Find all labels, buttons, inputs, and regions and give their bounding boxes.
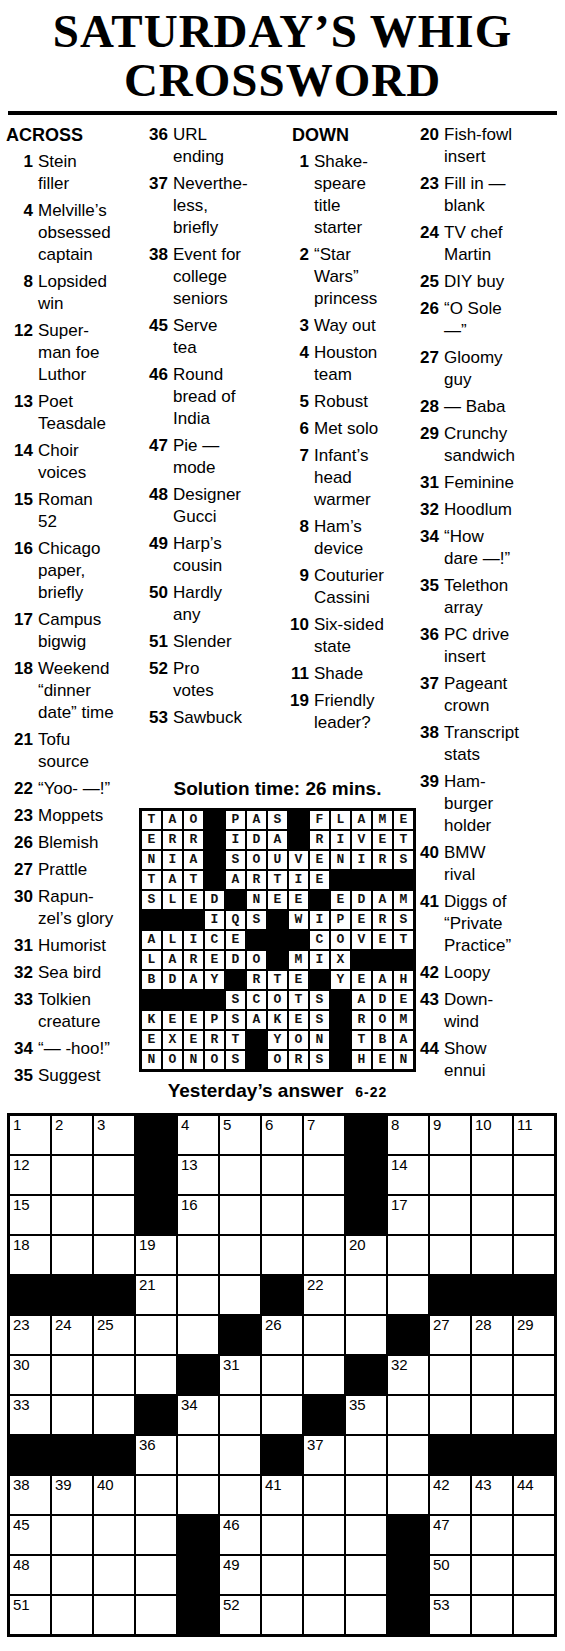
grid-cell-r11c7[interactable] — [261, 1515, 303, 1555]
grid-cell-number: 19 — [139, 1237, 156, 1253]
grid-cell-r8c2[interactable] — [51, 1395, 93, 1435]
down-clue-19: 19Friendly leader? — [282, 690, 410, 734]
grid-cell-r7c12[interactable] — [471, 1355, 513, 1395]
across-clue-51: 51Slender — [141, 631, 272, 653]
grid-cell-r3c8[interactable] — [303, 1195, 345, 1235]
solution-cell-r2c8 — [288, 830, 309, 850]
grid-cell-r1c11[interactable]: 9 — [429, 1115, 471, 1155]
grid-cell-r10c12[interactable]: 43 — [471, 1475, 513, 1515]
grid-cell-r8c10[interactable] — [387, 1395, 429, 1435]
clue-number: 37 — [412, 673, 444, 717]
grid-cell-r13c13[interactable] — [513, 1595, 555, 1635]
solution-cell-r8c5: D — [225, 950, 246, 970]
clue-area: ACROSS 1Stein filler4Melville’s obsessed… — [0, 118, 565, 1113]
grid-cell-r4c4[interactable]: 19 — [135, 1235, 177, 1275]
solution-cell-r10c10 — [330, 990, 351, 1010]
grid-cell-r2c6[interactable] — [219, 1155, 261, 1195]
solution-cell-r11c2: E — [162, 1010, 183, 1030]
solution-cell-r1c2: A — [162, 810, 183, 830]
grid-cell-r1c6[interactable]: 5 — [219, 1115, 261, 1155]
solution-cell-r3c12: R — [372, 850, 393, 870]
solution-cell-r7c7 — [267, 930, 288, 950]
grid-cell-r3c3[interactable] — [93, 1195, 135, 1235]
across-clue-33: 33Tolkien creature — [6, 989, 136, 1033]
grid-cell-r13c12[interactable] — [471, 1595, 513, 1635]
solution-cell-r1c10: L — [330, 810, 351, 830]
clue-text: Infant’s head warmer — [314, 445, 410, 511]
solution-cell-r3c6: O — [246, 850, 267, 870]
grid-cell-r9c7 — [261, 1435, 303, 1475]
grid-cell-r5c8[interactable]: 22 — [303, 1275, 345, 1315]
grid-cell-r9c6[interactable] — [219, 1435, 261, 1475]
grid-cell-number: 46 — [223, 1517, 240, 1533]
across-clue-22: 22“Yoo- —!” — [6, 778, 136, 800]
solution-cell-r9c10: Y — [330, 970, 351, 990]
grid-cell-number: 9 — [433, 1117, 441, 1133]
across-clue-48: 48Designer Gucci — [141, 484, 272, 528]
grid-cell-r4c10[interactable] — [387, 1235, 429, 1275]
solution-cell-r10c2 — [162, 990, 183, 1010]
clue-number: 18 — [6, 658, 38, 724]
solution-cell-r5c9 — [309, 890, 330, 910]
solution-cell-r3c13: S — [393, 850, 414, 870]
grid-cell-r6c2[interactable]: 24 — [51, 1315, 93, 1355]
clue-text: Tofu source — [38, 729, 136, 773]
solution-grid: TAOPASFLAMEERRIDARIVETNIASOUVENIRSTATART… — [139, 808, 416, 1072]
across-clue-38: 38Event for college seniors — [141, 244, 272, 310]
solution-cell-r13c2: O — [162, 1050, 183, 1070]
solution-cell-r11c11: R — [351, 1010, 372, 1030]
grid-cell-r1c12[interactable]: 10 — [471, 1115, 513, 1155]
puzzle-date: 6-22 — [355, 1084, 387, 1100]
clue-number: 21 — [6, 729, 38, 773]
down-clue-4: 4Houston team — [282, 342, 410, 386]
grid-cell-r9c10[interactable] — [387, 1435, 429, 1475]
grid-cell-r10c1[interactable]: 38 — [9, 1475, 51, 1515]
grid-cell-r4c8[interactable] — [303, 1235, 345, 1275]
grid-cell-r3c11[interactable] — [429, 1195, 471, 1235]
solution-cell-r3c2: I — [162, 850, 183, 870]
grid-cell-r10c6[interactable] — [219, 1475, 261, 1515]
across-clue-47: 47Pie — mode — [141, 435, 272, 479]
grid-cell-r11c12[interactable] — [471, 1515, 513, 1555]
solution-cell-r8c2: A — [162, 950, 183, 970]
solution-cell-r9c2: D — [162, 970, 183, 990]
clue-text: Crunchy sandwich — [444, 423, 563, 467]
grid-cell-number: 36 — [139, 1437, 156, 1453]
across-clue-4: 4Melville’s obsessed captain — [6, 200, 136, 266]
grid-cell-r2c1[interactable]: 12 — [9, 1155, 51, 1195]
grid-cell-r9c4[interactable]: 36 — [135, 1435, 177, 1475]
grid-cell-r8c13[interactable] — [513, 1395, 555, 1435]
across-clue-14: 14Choir voices — [6, 440, 136, 484]
clue-text: Lopsided win — [38, 271, 136, 315]
grid-cell-r2c3[interactable] — [93, 1155, 135, 1195]
grid-cell-r3c2[interactable] — [51, 1195, 93, 1235]
grid-cell-r13c1[interactable]: 51 — [9, 1595, 51, 1635]
grid-cell-number: 4 — [181, 1117, 189, 1133]
grid-cell-number: 45 — [13, 1517, 30, 1533]
clue-text: Houston team — [314, 342, 410, 386]
solution-cell-r6c5: Q — [225, 910, 246, 930]
solution-cell-r7c13: T — [393, 930, 414, 950]
solution-cell-r7c10: O — [330, 930, 351, 950]
grid-cell-r10c8[interactable] — [303, 1475, 345, 1515]
grid-cell-r2c10[interactable]: 14 — [387, 1155, 429, 1195]
grid-cell-r1c13[interactable]: 11 — [513, 1115, 555, 1155]
grid-cell-r11c2[interactable] — [51, 1515, 93, 1555]
grid-cell-r12c12[interactable] — [471, 1555, 513, 1595]
grid-cell-r7c7[interactable] — [261, 1355, 303, 1395]
grid-cell-r6c8[interactable] — [303, 1315, 345, 1355]
grid-cell-r2c2[interactable] — [51, 1155, 93, 1195]
grid-cell-r12c11[interactable]: 50 — [429, 1555, 471, 1595]
clue-number: 51 — [141, 631, 173, 653]
solution-cell-r8c3: R — [183, 950, 204, 970]
grid-cell-r6c5[interactable] — [177, 1315, 219, 1355]
grid-cell-r4c1[interactable]: 18 — [9, 1235, 51, 1275]
grid-cell-r13c8[interactable] — [303, 1595, 345, 1635]
solution-cell-r13c9: S — [309, 1050, 330, 1070]
grid-cell-r8c3[interactable] — [93, 1395, 135, 1435]
clue-text: PC drive insert — [444, 624, 563, 668]
grid-cell-r12c3[interactable] — [93, 1555, 135, 1595]
grid-cell-r1c1[interactable]: 1 — [9, 1115, 51, 1155]
grid-cell-r7c13[interactable] — [513, 1355, 555, 1395]
grid-cell-r8c5[interactable]: 34 — [177, 1395, 219, 1435]
grid-cell-r3c13[interactable] — [513, 1195, 555, 1235]
grid-cell-r3c6[interactable] — [219, 1195, 261, 1235]
solution-cell-r6c3 — [183, 910, 204, 930]
clue-text: Couturier Cassini — [314, 565, 410, 609]
clue-text: Hoodlum — [444, 499, 563, 521]
solution-cell-r6c10: P — [330, 910, 351, 930]
solution-cell-r10c13: E — [393, 990, 414, 1010]
grid-cell-r5c11 — [429, 1275, 471, 1315]
solution-cell-r4c11 — [351, 870, 372, 890]
solution-cell-r3c9: E — [309, 850, 330, 870]
grid-cell-r4c3[interactable] — [93, 1235, 135, 1275]
grid-cell-r13c5 — [177, 1595, 219, 1635]
grid-cell-r12c13[interactable] — [513, 1555, 555, 1595]
across-clue-30: 30Rapun- zel’s glory — [6, 886, 136, 930]
grid-cell-r5c12 — [471, 1275, 513, 1315]
grid-cell-r1c10[interactable]: 8 — [387, 1115, 429, 1155]
solution-cell-r11c6: A — [246, 1010, 267, 1030]
across-clue-31: 31Humorist — [6, 935, 136, 957]
grid-cell-r12c6[interactable]: 49 — [219, 1555, 261, 1595]
solution-cell-r12c4: R — [204, 1030, 225, 1050]
solution-cell-r3c8: V — [288, 850, 309, 870]
across-clue-15: 15Roman 52 — [6, 489, 136, 533]
solution-cell-r2c6: D — [246, 830, 267, 850]
grid-cell-r11c6[interactable]: 46 — [219, 1515, 261, 1555]
grid-cell-r13c3[interactable] — [93, 1595, 135, 1635]
grid-cell-r8c6[interactable] — [219, 1395, 261, 1435]
clue-number: 49 — [141, 533, 173, 577]
grid-cell-r1c3[interactable]: 3 — [93, 1115, 135, 1155]
down-clue-10: 10Six-sided state — [282, 614, 410, 658]
solution-cell-r5c4: D — [204, 890, 225, 910]
grid-cell-r12c8[interactable] — [303, 1555, 345, 1595]
down-clue-9: 9Couturier Cassini — [282, 565, 410, 609]
grid-cell-r8c9[interactable]: 35 — [345, 1395, 387, 1435]
solution-cell-r11c12: O — [372, 1010, 393, 1030]
grid-cell-number: 21 — [139, 1277, 156, 1293]
grid-cell-r4c6[interactable] — [219, 1235, 261, 1275]
grid-cell-r12c2[interactable] — [51, 1555, 93, 1595]
clue-number: 9 — [282, 565, 314, 609]
grid-cell-r11c1[interactable]: 45 — [9, 1515, 51, 1555]
grid-cell-r13c11[interactable]: 53 — [429, 1595, 471, 1635]
clue-text: Six-sided state — [314, 614, 410, 658]
grid-cell-r6c4[interactable] — [135, 1315, 177, 1355]
clue-text: Loopy — [444, 962, 563, 984]
grid-cell-r6c13[interactable]: 29 — [513, 1315, 555, 1355]
grid-cell-r11c5 — [177, 1515, 219, 1555]
grid-cell-r5c5[interactable] — [177, 1275, 219, 1315]
grid-cell-r11c11[interactable]: 47 — [429, 1515, 471, 1555]
grid-cell-number: 25 — [97, 1317, 114, 1333]
grid-cell-r2c12[interactable] — [471, 1155, 513, 1195]
clue-number: 23 — [412, 173, 444, 217]
grid-cell-r9c3 — [93, 1435, 135, 1475]
solution-cell-r9c8: E — [288, 970, 309, 990]
clue-text: Diggs of “Private Practice” — [444, 891, 563, 957]
solution-cell-r13c4: O — [204, 1050, 225, 1070]
grid-cell-r9c11 — [429, 1435, 471, 1475]
grid-cell-r6c9[interactable] — [345, 1315, 387, 1355]
grid-cell-r3c1[interactable]: 15 — [9, 1195, 51, 1235]
grid-cell-r12c4[interactable] — [135, 1555, 177, 1595]
down-clues-part1: 1Shake- speare title starter2“Star Wars”… — [282, 151, 410, 734]
clue-number: 50 — [141, 582, 173, 626]
grid-cell-r4c12[interactable] — [471, 1235, 513, 1275]
solution-cell-r6c12: R — [372, 910, 393, 930]
grid-cell-r3c9 — [345, 1195, 387, 1235]
grid-cell-r10c2[interactable]: 39 — [51, 1475, 93, 1515]
solution-cell-r8c9: I — [309, 950, 330, 970]
clue-text: BMW rival — [444, 842, 563, 886]
grid-cell-number: 39 — [55, 1477, 72, 1493]
grid-cell-r12c9[interactable] — [345, 1555, 387, 1595]
grid-cell-r2c8[interactable] — [303, 1155, 345, 1195]
grid-cell-r7c2[interactable] — [51, 1355, 93, 1395]
solution-cell-r9c13: H — [393, 970, 414, 990]
grid-cell-number: 23 — [13, 1317, 30, 1333]
solution-cell-r12c13: A — [393, 1030, 414, 1050]
grid-cell-r10c7[interactable]: 41 — [261, 1475, 303, 1515]
grid-cell-r7c1[interactable]: 30 — [9, 1355, 51, 1395]
grid-cell-r13c7[interactable] — [261, 1595, 303, 1635]
solution-cell-r8c6: O — [246, 950, 267, 970]
grid-cell-r8c1[interactable]: 33 — [9, 1395, 51, 1435]
solution-cell-r3c11: I — [351, 850, 372, 870]
down-clue-41: 41Diggs of “Private Practice” — [412, 891, 563, 957]
grid-cell-r7c6[interactable]: 31 — [219, 1355, 261, 1395]
solution-cell-r12c3: E — [183, 1030, 204, 1050]
down-clue-35: 35Telethon array — [412, 575, 563, 619]
grid-cell-r1c5[interactable]: 4 — [177, 1115, 219, 1155]
grid-cell-r2c5[interactable]: 13 — [177, 1155, 219, 1195]
solution-cell-r12c11: T — [351, 1030, 372, 1050]
solution-cell-r4c1: T — [141, 870, 162, 890]
clue-text: Suggest — [38, 1065, 136, 1087]
clue-text: DIY buy — [444, 271, 563, 293]
solution-cell-r13c3: N — [183, 1050, 204, 1070]
clue-text: Event for college seniors — [173, 244, 272, 310]
grid-cell-r10c11[interactable]: 42 — [429, 1475, 471, 1515]
solution-cell-r5c2: L — [162, 890, 183, 910]
grid-cell-number: 12 — [13, 1157, 30, 1173]
grid-cell-r4c5[interactable] — [177, 1235, 219, 1275]
clue-text: “O Sole —” — [444, 298, 563, 342]
yesterday-solution-box: Solution time: 26 mins. TAOPASFLAMEERRID… — [139, 778, 416, 1102]
grid-cell-r10c10[interactable] — [387, 1475, 429, 1515]
grid-cell-r5c10[interactable] — [387, 1275, 429, 1315]
clue-text: Sea bird — [38, 962, 136, 984]
solution-cell-r7c2: L — [162, 930, 183, 950]
grid-cell-r4c11[interactable] — [429, 1235, 471, 1275]
solution-cell-r11c4: P — [204, 1010, 225, 1030]
grid-cell-r9c5[interactable] — [177, 1435, 219, 1475]
grid-cell-r4c7[interactable] — [261, 1235, 303, 1275]
grid-cell-number: 29 — [517, 1317, 534, 1333]
grid-cell-r6c7[interactable]: 26 — [261, 1315, 303, 1355]
grid-cell-r3c7[interactable] — [261, 1195, 303, 1235]
grid-cell-r4c2[interactable] — [51, 1235, 93, 1275]
solution-cell-r3c1: N — [141, 850, 162, 870]
solution-cell-r10c1 — [141, 990, 162, 1010]
grid-cell-r3c5[interactable]: 16 — [177, 1195, 219, 1235]
down-clue-32: 32Hoodlum — [412, 499, 563, 521]
down-clue-40: 40BMW rival — [412, 842, 563, 886]
solution-cell-r10c9: S — [309, 990, 330, 1010]
grid-cell-number: 27 — [433, 1317, 450, 1333]
grid-cell-number: 16 — [181, 1197, 198, 1213]
down-clue-1: 1Shake- speare title starter — [282, 151, 410, 239]
grid-cell-r1c8[interactable]: 7 — [303, 1115, 345, 1155]
solution-cell-r10c8: T — [288, 990, 309, 1010]
grid-cell-r7c4[interactable] — [135, 1355, 177, 1395]
down-clue-23: 23Fill in — blank — [412, 173, 563, 217]
clue-number: 37 — [141, 173, 173, 239]
grid-cell-r10c5[interactable] — [177, 1475, 219, 1515]
grid-cell-r13c6[interactable]: 52 — [219, 1595, 261, 1635]
grid-cell-r7c10[interactable]: 32 — [387, 1355, 429, 1395]
grid-cell-r11c4[interactable] — [135, 1515, 177, 1555]
solution-cell-r9c7: T — [267, 970, 288, 990]
grid-cell-r6c12[interactable]: 28 — [471, 1315, 513, 1355]
grid-cell-r13c2[interactable] — [51, 1595, 93, 1635]
grid-cell-r3c12[interactable] — [471, 1195, 513, 1235]
clue-number: 38 — [141, 244, 173, 310]
grid-cell-r5c9[interactable] — [345, 1275, 387, 1315]
grid-cell-r5c6[interactable] — [219, 1275, 261, 1315]
down-clue-28: 28— Baba — [412, 396, 563, 418]
grid-cell-r6c10 — [387, 1315, 429, 1355]
clue-text: Friendly leader? — [314, 690, 410, 734]
grid-cell-r8c7[interactable] — [261, 1395, 303, 1435]
solution-cell-r5c7: E — [267, 890, 288, 910]
grid-cell-r4c13[interactable] — [513, 1235, 555, 1275]
grid-cell-r7c3[interactable] — [93, 1355, 135, 1395]
grid-cell-r6c1[interactable]: 23 — [9, 1315, 51, 1355]
grid-cell-r11c8[interactable] — [303, 1515, 345, 1555]
clue-text: Fill in — blank — [444, 173, 563, 217]
grid-cell-r5c7 — [261, 1275, 303, 1315]
grid-cell-r2c11[interactable] — [429, 1155, 471, 1195]
clue-number: 11 — [282, 663, 314, 685]
grid-cell-r9c9[interactable] — [345, 1435, 387, 1475]
solution-cell-r4c6: R — [246, 870, 267, 890]
title-line-1: SATURDAY’S WHIG — [0, 7, 565, 56]
across-clue-49: 49Harp’s cousin — [141, 533, 272, 577]
grid-cell-r10c4[interactable] — [135, 1475, 177, 1515]
solution-cell-r4c4 — [204, 870, 225, 890]
grid-cell-r11c13[interactable] — [513, 1515, 555, 1555]
clue-column-3: DOWN 1Shake- speare title starter2“Star … — [282, 124, 410, 739]
grid-cell-r11c9[interactable] — [345, 1515, 387, 1555]
grid-cell-r2c7[interactable] — [261, 1155, 303, 1195]
grid-cell-r7c8[interactable] — [303, 1355, 345, 1395]
clue-text: Designer Gucci — [173, 484, 272, 528]
clue-number: 4 — [6, 200, 38, 266]
grid-cell-number: 32 — [391, 1357, 408, 1373]
solution-cell-r2c5: I — [225, 830, 246, 850]
grid-cell-r10c3[interactable]: 40 — [93, 1475, 135, 1515]
clue-number: 13 — [6, 391, 38, 435]
grid-cell-r13c9[interactable] — [345, 1595, 387, 1635]
grid-cell-number: 18 — [13, 1237, 30, 1253]
grid-cell-r8c12[interactable] — [471, 1395, 513, 1435]
grid-cell-r5c4[interactable]: 21 — [135, 1275, 177, 1315]
grid-cell-number: 28 — [475, 1317, 492, 1333]
clue-text: Stein filler — [38, 151, 136, 195]
clue-text: Harp’s cousin — [173, 533, 272, 577]
grid-cell-r13c4[interactable] — [135, 1595, 177, 1635]
grid-cell-r8c11[interactable] — [429, 1395, 471, 1435]
solution-cell-r4c2: A — [162, 870, 183, 890]
across-clue-52: 52Pro votes — [141, 658, 272, 702]
down-clue-42: 42Loopy — [412, 962, 563, 984]
grid-cell-r7c11[interactable] — [429, 1355, 471, 1395]
grid-cell-r2c13[interactable] — [513, 1155, 555, 1195]
grid-cell-r6c3[interactable]: 25 — [93, 1315, 135, 1355]
grid-cell-r10c9[interactable] — [345, 1475, 387, 1515]
grid-cell-r3c4 — [135, 1195, 177, 1235]
grid-cell-r3c10[interactable]: 17 — [387, 1195, 429, 1235]
grid-cell-r11c3[interactable] — [93, 1515, 135, 1555]
grid-cell-r1c9 — [345, 1115, 387, 1155]
clue-number: 36 — [412, 624, 444, 668]
grid-cell-r1c2[interactable]: 2 — [51, 1115, 93, 1155]
grid-cell-r4c9[interactable]: 20 — [345, 1235, 387, 1275]
grid-cell-r9c8[interactable]: 37 — [303, 1435, 345, 1475]
clue-text: Roman 52 — [38, 489, 136, 533]
grid-cell-r10c13[interactable]: 44 — [513, 1475, 555, 1515]
clue-number: 1 — [282, 151, 314, 239]
grid-cell-r1c7[interactable]: 6 — [261, 1115, 303, 1155]
solution-cell-r12c8: O — [288, 1030, 309, 1050]
solution-cell-r11c9: S — [309, 1010, 330, 1030]
solution-cell-r1c7: S — [267, 810, 288, 830]
grid-cell-r13c10 — [387, 1595, 429, 1635]
grid-cell-r6c11[interactable]: 27 — [429, 1315, 471, 1355]
grid-cell-r12c1[interactable]: 48 — [9, 1555, 51, 1595]
solution-cell-r9c11: E — [351, 970, 372, 990]
grid-cell-r12c7[interactable] — [261, 1555, 303, 1595]
